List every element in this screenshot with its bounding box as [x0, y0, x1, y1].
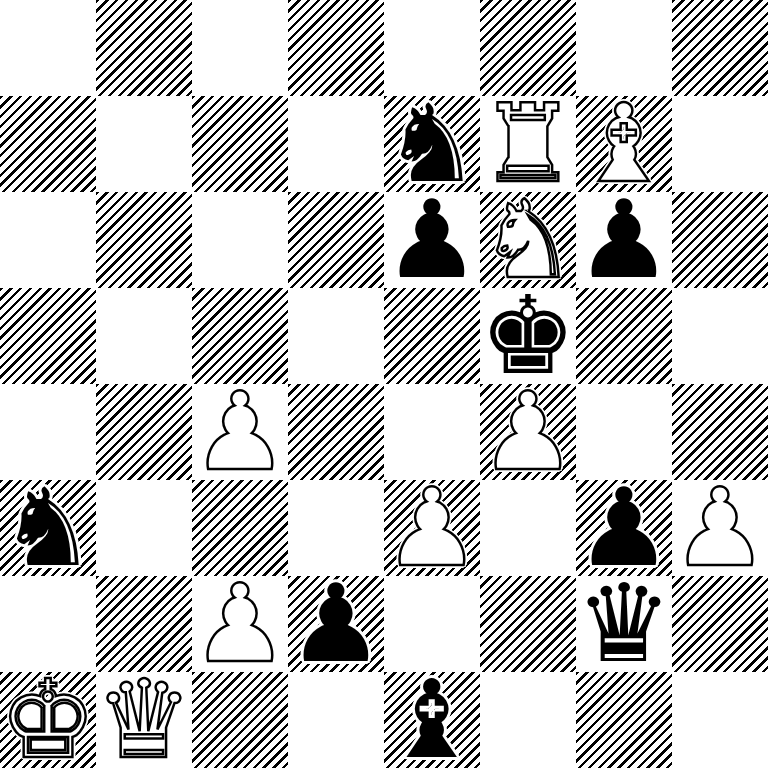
piece-white-king[interactable]: ♚: [0, 672, 96, 768]
square-f2[interactable]: [480, 576, 576, 672]
square-b7[interactable]: [96, 96, 192, 192]
square-b4[interactable]: [96, 384, 192, 480]
square-h2[interactable]: [672, 576, 768, 672]
square-d5[interactable]: [288, 288, 384, 384]
square-g2[interactable]: ♛: [576, 576, 672, 672]
piece-white-pawn[interactable]: ♟: [672, 480, 768, 576]
square-d7[interactable]: [288, 96, 384, 192]
piece-black-knight[interactable]: ♞: [0, 480, 96, 576]
square-e1[interactable]: ♝: [384, 672, 480, 768]
square-g5[interactable]: [576, 288, 672, 384]
piece-white-pawn[interactable]: ♟: [192, 576, 289, 672]
square-h3[interactable]: ♟: [672, 480, 768, 576]
square-h5[interactable]: [672, 288, 768, 384]
square-c2[interactable]: ♟: [192, 576, 288, 672]
square-e5[interactable]: [384, 288, 480, 384]
square-f4[interactable]: ♟: [480, 384, 576, 480]
piece-black-pawn[interactable]: ♟: [576, 192, 673, 288]
square-b1[interactable]: ♛: [96, 672, 192, 768]
square-a5[interactable]: [0, 288, 96, 384]
square-a8[interactable]: [0, 0, 96, 96]
piece-black-pawn[interactable]: ♟: [384, 192, 481, 288]
square-e3[interactable]: ♟: [384, 480, 480, 576]
square-f3[interactable]: [480, 480, 576, 576]
square-b8[interactable]: [96, 0, 192, 96]
chess-board: ♞♜♝♟♞♟♚♟♟♞♟♟♟♟♟♛♚♛♝: [0, 0, 768, 768]
piece-black-pawn[interactable]: ♟: [288, 576, 385, 672]
square-b3[interactable]: [96, 480, 192, 576]
square-h7[interactable]: [672, 96, 768, 192]
square-g6[interactable]: ♟: [576, 192, 672, 288]
square-a6[interactable]: [0, 192, 96, 288]
square-h8[interactable]: [672, 0, 768, 96]
square-b5[interactable]: [96, 288, 192, 384]
square-h6[interactable]: [672, 192, 768, 288]
square-a7[interactable]: [0, 96, 96, 192]
piece-white-queen[interactable]: ♛: [96, 672, 193, 768]
piece-white-pawn[interactable]: ♟: [480, 384, 577, 480]
square-a3[interactable]: ♞: [0, 480, 96, 576]
square-c7[interactable]: [192, 96, 288, 192]
square-c8[interactable]: [192, 0, 288, 96]
square-e6[interactable]: ♟: [384, 192, 480, 288]
square-d2[interactable]: ♟: [288, 576, 384, 672]
square-d1[interactable]: [288, 672, 384, 768]
square-d6[interactable]: [288, 192, 384, 288]
piece-black-queen[interactable]: ♛: [576, 576, 673, 672]
square-d8[interactable]: [288, 0, 384, 96]
piece-white-pawn[interactable]: ♟: [192, 384, 289, 480]
square-a1[interactable]: ♚: [0, 672, 96, 768]
square-g1[interactable]: [576, 672, 672, 768]
piece-black-bishop[interactable]: ♝: [384, 672, 481, 768]
square-c4[interactable]: ♟: [192, 384, 288, 480]
piece-white-pawn[interactable]: ♟: [384, 480, 481, 576]
square-c1[interactable]: [192, 672, 288, 768]
square-h1[interactable]: [672, 672, 768, 768]
square-d4[interactable]: [288, 384, 384, 480]
square-b6[interactable]: [96, 192, 192, 288]
square-c6[interactable]: [192, 192, 288, 288]
square-f1[interactable]: [480, 672, 576, 768]
